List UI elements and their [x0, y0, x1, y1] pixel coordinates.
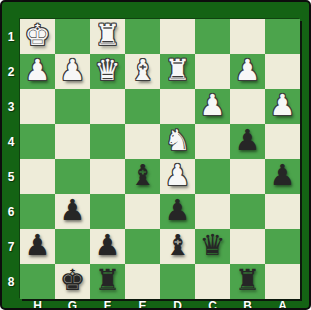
rank-label-5: 5	[2, 159, 20, 194]
square-d6[interactable]: ♟	[160, 194, 195, 229]
square-d5[interactable]: ♟	[160, 159, 195, 194]
square-g5[interactable]	[55, 159, 90, 194]
square-a1[interactable]	[265, 19, 300, 54]
square-h5[interactable]	[20, 159, 55, 194]
piece-black-pawn[interactable]: ♟	[25, 228, 51, 263]
piece-black-rook[interactable]: ♜	[235, 263, 261, 298]
square-d1[interactable]	[160, 19, 195, 54]
square-g8[interactable]: ♚	[55, 264, 90, 299]
rank-labels: 12345678	[2, 19, 20, 299]
square-h1[interactable]: ♚	[20, 19, 55, 54]
square-h8[interactable]	[20, 264, 55, 299]
square-e8[interactable]	[125, 264, 160, 299]
square-d8[interactable]	[160, 264, 195, 299]
square-b7[interactable]	[230, 229, 265, 264]
square-f2[interactable]: ♛	[90, 54, 125, 89]
piece-black-pawn[interactable]: ♟	[95, 228, 121, 263]
square-g7[interactable]	[55, 229, 90, 264]
square-b5[interactable]	[230, 159, 265, 194]
piece-white-rook[interactable]: ♜	[165, 53, 191, 88]
piece-white-knight[interactable]: ♞	[165, 123, 191, 158]
piece-black-pawn[interactable]: ♟	[235, 123, 261, 158]
square-c6[interactable]	[195, 194, 230, 229]
square-d3[interactable]	[160, 89, 195, 124]
square-e1[interactable]	[125, 19, 160, 54]
square-f1[interactable]: ♜	[90, 19, 125, 54]
square-d2[interactable]: ♜	[160, 54, 195, 89]
rank-label-3: 3	[2, 89, 20, 124]
square-g1[interactable]	[55, 19, 90, 54]
file-label-h: H	[20, 299, 55, 310]
square-c1[interactable]	[195, 19, 230, 54]
square-f7[interactable]: ♟	[90, 229, 125, 264]
square-h4[interactable]	[20, 124, 55, 159]
square-h3[interactable]	[20, 89, 55, 124]
square-c3[interactable]: ♟	[195, 89, 230, 124]
file-label-c: C	[195, 299, 230, 310]
rank-label-8: 8	[2, 264, 20, 299]
square-b4[interactable]: ♟	[230, 124, 265, 159]
chess-board-window: 12345678 ♚♜♟♟♛♝♜♟♟♟♞♟♝♟♟♟♟♟♟♝♛♚♜♜ HGFEDC…	[0, 0, 311, 310]
piece-white-pawn[interactable]: ♟	[60, 53, 86, 88]
square-g4[interactable]	[55, 124, 90, 159]
piece-white-bishop[interactable]: ♝	[130, 53, 156, 88]
square-f3[interactable]	[90, 89, 125, 124]
square-a7[interactable]	[265, 229, 300, 264]
piece-white-pawn[interactable]: ♟	[235, 53, 261, 88]
piece-white-rook[interactable]: ♜	[95, 18, 121, 53]
piece-white-pawn[interactable]: ♟	[25, 53, 51, 88]
square-b2[interactable]: ♟	[230, 54, 265, 89]
square-c8[interactable]	[195, 264, 230, 299]
square-f8[interactable]: ♜	[90, 264, 125, 299]
square-b1[interactable]	[230, 19, 265, 54]
piece-black-pawn[interactable]: ♟	[60, 193, 86, 228]
square-b8[interactable]: ♜	[230, 264, 265, 299]
file-label-g: G	[55, 299, 90, 310]
piece-white-pawn[interactable]: ♟	[270, 88, 296, 123]
square-c5[interactable]	[195, 159, 230, 194]
square-c7[interactable]: ♛	[195, 229, 230, 264]
square-e2[interactable]: ♝	[125, 54, 160, 89]
square-e6[interactable]	[125, 194, 160, 229]
piece-black-queen[interactable]: ♛	[200, 228, 226, 263]
square-b6[interactable]	[230, 194, 265, 229]
square-b3[interactable]	[230, 89, 265, 124]
piece-black-pawn[interactable]: ♟	[270, 158, 296, 193]
piece-black-bishop[interactable]: ♝	[130, 158, 156, 193]
piece-white-pawn[interactable]: ♟	[200, 88, 226, 123]
rank-label-4: 4	[2, 124, 20, 159]
square-a6[interactable]	[265, 194, 300, 229]
square-f6[interactable]	[90, 194, 125, 229]
square-c4[interactable]	[195, 124, 230, 159]
rank-label-6: 6	[2, 194, 20, 229]
piece-black-pawn[interactable]: ♟	[165, 193, 191, 228]
square-e4[interactable]	[125, 124, 160, 159]
file-label-f: F	[90, 299, 125, 310]
piece-white-king[interactable]: ♚	[25, 18, 51, 53]
square-g2[interactable]: ♟	[55, 54, 90, 89]
square-h7[interactable]: ♟	[20, 229, 55, 264]
square-h6[interactable]	[20, 194, 55, 229]
square-a3[interactable]: ♟	[265, 89, 300, 124]
file-label-d: D	[160, 299, 195, 310]
chess-board: ♚♜♟♟♛♝♜♟♟♟♞♟♝♟♟♟♟♟♟♝♛♚♜♜	[20, 19, 300, 299]
rank-label-1: 1	[2, 19, 20, 54]
square-a4[interactable]	[265, 124, 300, 159]
square-f4[interactable]	[90, 124, 125, 159]
square-g6[interactable]: ♟	[55, 194, 90, 229]
piece-black-king[interactable]: ♚	[60, 263, 86, 298]
square-c2[interactable]	[195, 54, 230, 89]
rank-label-7: 7	[2, 229, 20, 264]
piece-white-queen[interactable]: ♛	[95, 53, 121, 88]
square-a2[interactable]	[265, 54, 300, 89]
file-label-a: A	[265, 299, 300, 310]
piece-black-bishop[interactable]: ♝	[165, 228, 191, 263]
square-d7[interactable]: ♝	[160, 229, 195, 264]
square-f5[interactable]	[90, 159, 125, 194]
square-h2[interactable]: ♟	[20, 54, 55, 89]
square-a8[interactable]	[265, 264, 300, 299]
file-label-b: B	[230, 299, 265, 310]
rank-label-2: 2	[2, 54, 20, 89]
piece-white-pawn[interactable]: ♟	[165, 158, 191, 193]
piece-black-rook[interactable]: ♜	[95, 263, 121, 298]
square-e3[interactable]	[125, 89, 160, 124]
square-e7[interactable]	[125, 229, 160, 264]
square-g3[interactable]	[55, 89, 90, 124]
file-label-e: E	[125, 299, 160, 310]
square-d4[interactable]: ♞	[160, 124, 195, 159]
file-labels: HGFEDCBA	[20, 299, 300, 310]
square-e5[interactable]: ♝	[125, 159, 160, 194]
square-a5[interactable]: ♟	[265, 159, 300, 194]
